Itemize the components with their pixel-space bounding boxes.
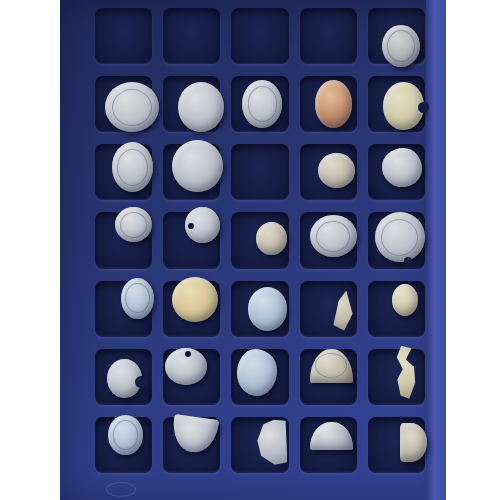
tray-cell-r4c1 [95,212,152,268]
tray-cell-r1c1 [95,8,152,64]
coin-r6c3 [237,349,277,396]
coin-inner-circle [125,283,149,313]
tray-cell-r7c2 [163,417,220,473]
tray-cell-r6c5 [368,349,425,405]
coin-edge-notch [404,257,412,265]
coin-inner-circle [315,353,347,378]
tray-cell-r4c5 [368,212,425,268]
coin-r2c3 [242,80,282,128]
tray-cell-r5c3 [231,281,288,337]
tray-cell-r6c2 [163,349,220,405]
coin-r6c4 [310,349,353,383]
coin-edge-notch [135,376,147,388]
coin-r2c2 [178,82,224,132]
coin-r5c2 [172,277,218,322]
tray-cell-r7c5 [368,417,425,473]
coin-inner-circle [117,149,147,186]
coin-r2c4 [315,80,352,128]
tray-cell-r7c1 [95,417,152,473]
tray-cell-r1c5 [368,8,425,64]
coin-r3c1 [112,142,153,192]
tray-cell-r5c2 [163,281,220,337]
coin-r2c5 [383,82,424,130]
coin-r5c1 [121,278,154,319]
coin-r5c5 [392,284,418,316]
coin-r5c4 [333,291,353,331]
coin-r4c2 [185,207,220,243]
coin-piercing-hole [185,351,191,357]
coin-r3c2 [172,140,223,192]
coin-inner-circle [120,212,147,238]
coin-inner-circle [248,86,278,122]
photo [0,0,500,500]
coin-r6c1 [107,359,142,398]
coin-inner-circle [112,89,152,126]
tray-cell-r2c1 [95,76,152,132]
tray-cell-r2c4 [300,76,357,132]
tray-cell-r6c1 [95,349,152,405]
coin-inner-circle [387,30,415,61]
coin-r6c5 [390,346,417,399]
coin-r7c2 [170,414,219,455]
tray-cell-r3c2 [163,144,220,200]
scratch-mark [106,482,136,497]
tray-cell-r5c4 [300,281,357,337]
tray-cell-r3c5 [368,144,425,200]
tray-cell-r7c3 [231,417,288,473]
tray-cell-r2c3 [231,76,288,132]
tray-cell-r1c3 [231,8,288,64]
coin-inner-circle [316,221,351,252]
coin-r6c2 [165,348,207,385]
tray-cell-r4c4 [300,212,357,268]
tray-cell-r3c4 [300,144,357,200]
coin-tray-grid [95,8,425,473]
tray-cell-r6c3 [231,349,288,405]
coin-r7c3 [257,420,287,465]
coin-r4c1 [115,207,152,242]
coin-r4c3 [256,222,287,255]
coin-r3c5 [382,148,422,187]
coin-r7c1 [108,415,143,455]
tray-cell-r3c3 [231,144,288,200]
tray-cell-r3c1 [95,144,152,200]
coin-inner-circle [381,219,418,256]
coin-r4c4 [310,215,357,257]
coin-tray [60,0,446,500]
coin-r4c5 [375,212,425,262]
coin-r7c4 [310,422,353,450]
coin-r1c5 [382,25,420,67]
tray-right-edge-highlight [426,0,446,500]
coin-r3c4 [318,153,355,188]
coin-inner-circle [113,420,139,450]
tray-cell-r1c2 [163,8,220,64]
tray-cell-r5c5 [368,281,425,337]
tray-cell-r4c2 [163,212,220,268]
tray-cell-r6c4 [300,349,357,405]
tray-cell-r2c5 [368,76,425,132]
tray-cell-r2c2 [163,76,220,132]
tray-cell-r5c1 [95,281,152,337]
tray-cell-r1c4 [300,8,357,64]
coin-r5c3 [248,287,287,331]
coin-r2c1 [105,82,159,132]
coin-piercing-hole [188,223,194,229]
tray-cell-r7c4 [300,417,357,473]
coin-r7c5 [400,423,427,462]
tray-cell-r4c3 [231,212,288,268]
